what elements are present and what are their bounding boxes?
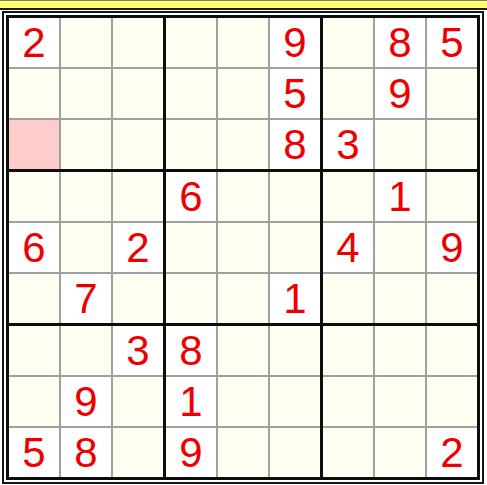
cell-r9c3[interactable] [113, 428, 163, 477]
cell-r4c4[interactable]: 6 [166, 172, 216, 221]
cell-r3c3[interactable] [113, 120, 163, 169]
cell-r4c2[interactable] [61, 172, 111, 221]
box-r1c3: 8593 [323, 18, 477, 169]
sudoku-board: 295885936276114939588192 [6, 15, 480, 480]
cell-r8c3[interactable] [113, 377, 163, 426]
cell-r9c2[interactable]: 8 [61, 428, 111, 477]
cell-r9c9[interactable]: 2 [427, 428, 477, 477]
cell-r2c4[interactable] [166, 69, 216, 118]
cell-r6c1[interactable] [9, 274, 59, 323]
sudoku-board-frame: 295885936276114939588192 [2, 11, 484, 484]
box-r1c2: 958 [166, 18, 320, 169]
cell-r3c6[interactable]: 8 [270, 120, 320, 169]
cell-r4c3[interactable] [113, 172, 163, 221]
cell-r7c2[interactable] [61, 326, 111, 375]
cell-r1c9[interactable]: 5 [427, 18, 477, 67]
cell-r6c5[interactable] [218, 274, 268, 323]
cell-r9c1[interactable]: 5 [9, 428, 59, 477]
cell-r6c4[interactable] [166, 274, 216, 323]
cell-r2c2[interactable] [61, 69, 111, 118]
cell-r2c5[interactable] [218, 69, 268, 118]
box-r2c2: 61 [166, 172, 320, 323]
cell-r1c5[interactable] [218, 18, 268, 67]
cell-r1c3[interactable] [113, 18, 163, 67]
cell-r2c6[interactable]: 5 [270, 69, 320, 118]
cell-r4c6[interactable] [270, 172, 320, 221]
cell-r4c5[interactable] [218, 172, 268, 221]
cell-r1c2[interactable] [61, 18, 111, 67]
cell-r5c8[interactable] [375, 223, 425, 272]
cell-r2c7[interactable] [323, 69, 373, 118]
cell-r4c9[interactable] [427, 172, 477, 221]
cell-r9c8[interactable] [375, 428, 425, 477]
cell-r1c1[interactable]: 2 [9, 18, 59, 67]
cell-r6c7[interactable] [323, 274, 373, 323]
cell-r3c5[interactable] [218, 120, 268, 169]
box-r2c3: 149 [323, 172, 477, 323]
cell-r8c9[interactable] [427, 377, 477, 426]
cell-r4c7[interactable] [323, 172, 373, 221]
cell-r2c9[interactable] [427, 69, 477, 118]
cell-r1c8[interactable]: 8 [375, 18, 425, 67]
cell-r8c6[interactable] [270, 377, 320, 426]
cell-r3c8[interactable] [375, 120, 425, 169]
cell-r9c6[interactable] [270, 428, 320, 477]
cell-r1c7[interactable] [323, 18, 373, 67]
cell-r4c8[interactable]: 1 [375, 172, 425, 221]
cell-r9c7[interactable] [323, 428, 373, 477]
cell-r3c7[interactable]: 3 [323, 120, 373, 169]
cell-r2c3[interactable] [113, 69, 163, 118]
box-r3c1: 3958 [9, 326, 163, 477]
cell-r3c2[interactable] [61, 120, 111, 169]
cell-r2c8[interactable]: 9 [375, 69, 425, 118]
cell-r3c4[interactable] [166, 120, 216, 169]
cell-r8c5[interactable] [218, 377, 268, 426]
cell-r5c7[interactable]: 4 [323, 223, 373, 272]
cell-r5c1[interactable]: 6 [9, 223, 59, 272]
cell-r7c3[interactable]: 3 [113, 326, 163, 375]
cell-r2c1[interactable] [9, 69, 59, 118]
cell-r5c9[interactable]: 9 [427, 223, 477, 272]
box-r3c3: 2 [323, 326, 477, 477]
cell-r6c6[interactable]: 1 [270, 274, 320, 323]
box-r2c1: 627 [9, 172, 163, 323]
cell-r6c8[interactable] [375, 274, 425, 323]
cell-r1c4[interactable] [166, 18, 216, 67]
cell-r7c5[interactable] [218, 326, 268, 375]
cell-r1c6[interactable]: 9 [270, 18, 320, 67]
cell-r7c4[interactable]: 8 [166, 326, 216, 375]
cell-r5c4[interactable] [166, 223, 216, 272]
cell-r5c6[interactable] [270, 223, 320, 272]
cell-r3c1[interactable] [9, 120, 59, 169]
box-r1c1: 2 [9, 18, 163, 169]
cell-r6c9[interactable] [427, 274, 477, 323]
cell-r9c4[interactable]: 9 [166, 428, 216, 477]
cell-r7c6[interactable] [270, 326, 320, 375]
cell-r8c1[interactable] [9, 377, 59, 426]
cell-r7c7[interactable] [323, 326, 373, 375]
cell-r5c5[interactable] [218, 223, 268, 272]
cell-r5c3[interactable]: 2 [113, 223, 163, 272]
cell-r3c9[interactable] [427, 120, 477, 169]
cell-r8c8[interactable] [375, 377, 425, 426]
cell-r4c1[interactable] [9, 172, 59, 221]
cell-r5c2[interactable] [61, 223, 111, 272]
cell-r7c8[interactable] [375, 326, 425, 375]
cell-r9c5[interactable] [218, 428, 268, 477]
cell-r7c9[interactable] [427, 326, 477, 375]
cell-r6c3[interactable] [113, 274, 163, 323]
cell-r8c7[interactable] [323, 377, 373, 426]
cell-r6c2[interactable]: 7 [61, 274, 111, 323]
toolbar-edge-strip [0, 0, 487, 10]
cell-r8c4[interactable]: 1 [166, 377, 216, 426]
box-r3c2: 819 [166, 326, 320, 477]
cell-r8c2[interactable]: 9 [61, 377, 111, 426]
cell-r7c1[interactable] [9, 326, 59, 375]
